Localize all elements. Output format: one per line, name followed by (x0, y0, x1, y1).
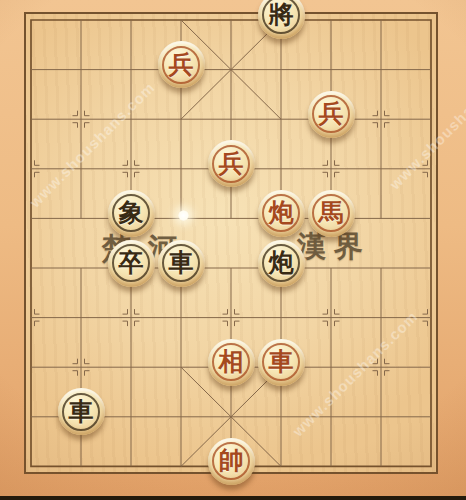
piece-character: 炮 (269, 200, 294, 225)
piece-character: 車 (69, 399, 94, 424)
piece-character: 象 (119, 200, 144, 225)
red-cannon[interactable]: 炮 (258, 190, 305, 237)
black-chariot-b[interactable]: 車 (58, 388, 105, 435)
red-elephant[interactable]: 相 (208, 339, 255, 386)
red-soldier-a[interactable]: 兵 (158, 41, 205, 88)
black-elephant[interactable]: 象 (108, 190, 155, 237)
piece-character: 馬 (319, 200, 344, 225)
piece-character: 將 (269, 2, 294, 27)
move-highlight-dot[interactable] (178, 210, 189, 221)
red-chariot[interactable]: 車 (258, 339, 305, 386)
piece-character: 帥 (219, 448, 244, 473)
piece-character: 兵 (319, 101, 344, 126)
red-horse[interactable]: 馬 (308, 190, 355, 237)
piece-character: 卒 (119, 250, 144, 275)
screen-edge-strip (0, 496, 466, 500)
piece-character: 車 (169, 250, 194, 275)
black-chariot-a[interactable]: 車 (158, 240, 205, 287)
red-soldier-c[interactable]: 兵 (208, 140, 255, 187)
piece-character: 兵 (219, 151, 244, 176)
black-general[interactable]: 將 (258, 0, 305, 39)
red-general[interactable]: 帥 (208, 438, 255, 485)
xiangqi-game-screen: 楚河 漢界 將兵兵兵象炮馬卒車炮相車車帥 www.shoushans.com w… (0, 0, 466, 500)
piece-character: 炮 (269, 250, 294, 275)
black-cannon[interactable]: 炮 (258, 240, 305, 287)
red-soldier-b[interactable]: 兵 (308, 91, 355, 138)
black-soldier[interactable]: 卒 (108, 240, 155, 287)
piece-character: 兵 (169, 52, 194, 77)
piece-character: 相 (219, 349, 244, 374)
piece-character: 車 (269, 349, 294, 374)
